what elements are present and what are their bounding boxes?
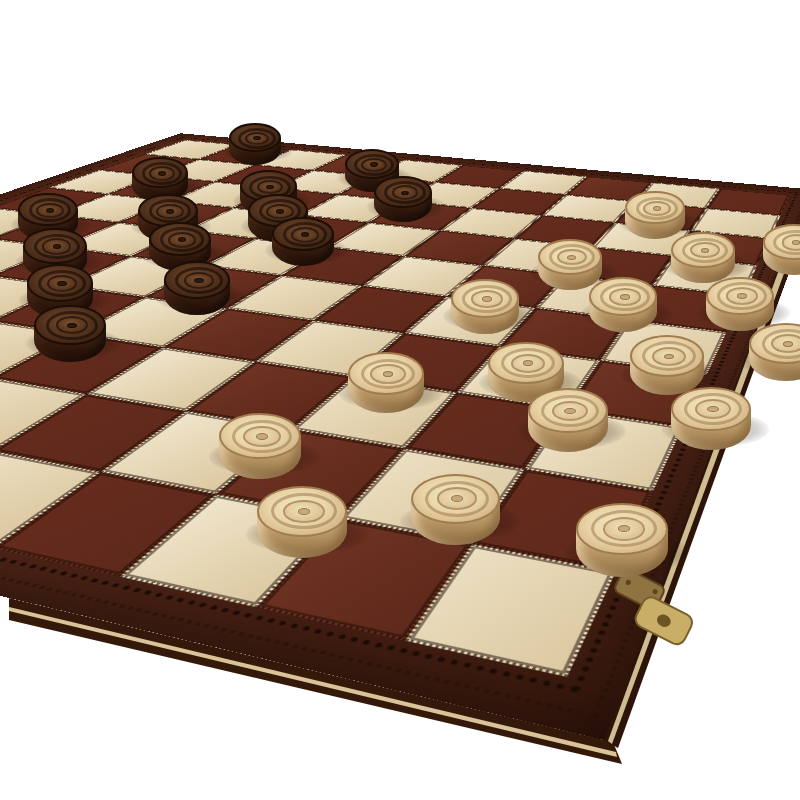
checker-light-g5[interactable] xyxy=(589,277,657,332)
checker-light-f2[interactable] xyxy=(411,474,500,545)
checker-dark-d6[interactable] xyxy=(164,261,231,314)
checker-light-i3[interactable] xyxy=(671,387,751,451)
checker-dark-b10[interactable] xyxy=(229,123,281,165)
product-photo-stage xyxy=(0,0,800,800)
checker-dark-e9[interactable] xyxy=(374,176,432,222)
checker-light-j6[interactable] xyxy=(763,224,800,274)
checker-dark-e7[interactable] xyxy=(272,217,334,267)
checker-light-j4[interactable] xyxy=(749,323,800,381)
checker-light-g3[interactable] xyxy=(528,388,608,452)
checker-light-e5[interactable] xyxy=(451,279,520,334)
checker-light-e3[interactable] xyxy=(348,352,424,413)
checker-light-d2[interactable] xyxy=(257,486,347,558)
checker-light-h6[interactable] xyxy=(671,232,735,283)
checker-light-h2[interactable] xyxy=(576,503,668,577)
checker-dark-d4[interactable] xyxy=(34,305,105,362)
checker-light-c3[interactable] xyxy=(219,413,302,479)
